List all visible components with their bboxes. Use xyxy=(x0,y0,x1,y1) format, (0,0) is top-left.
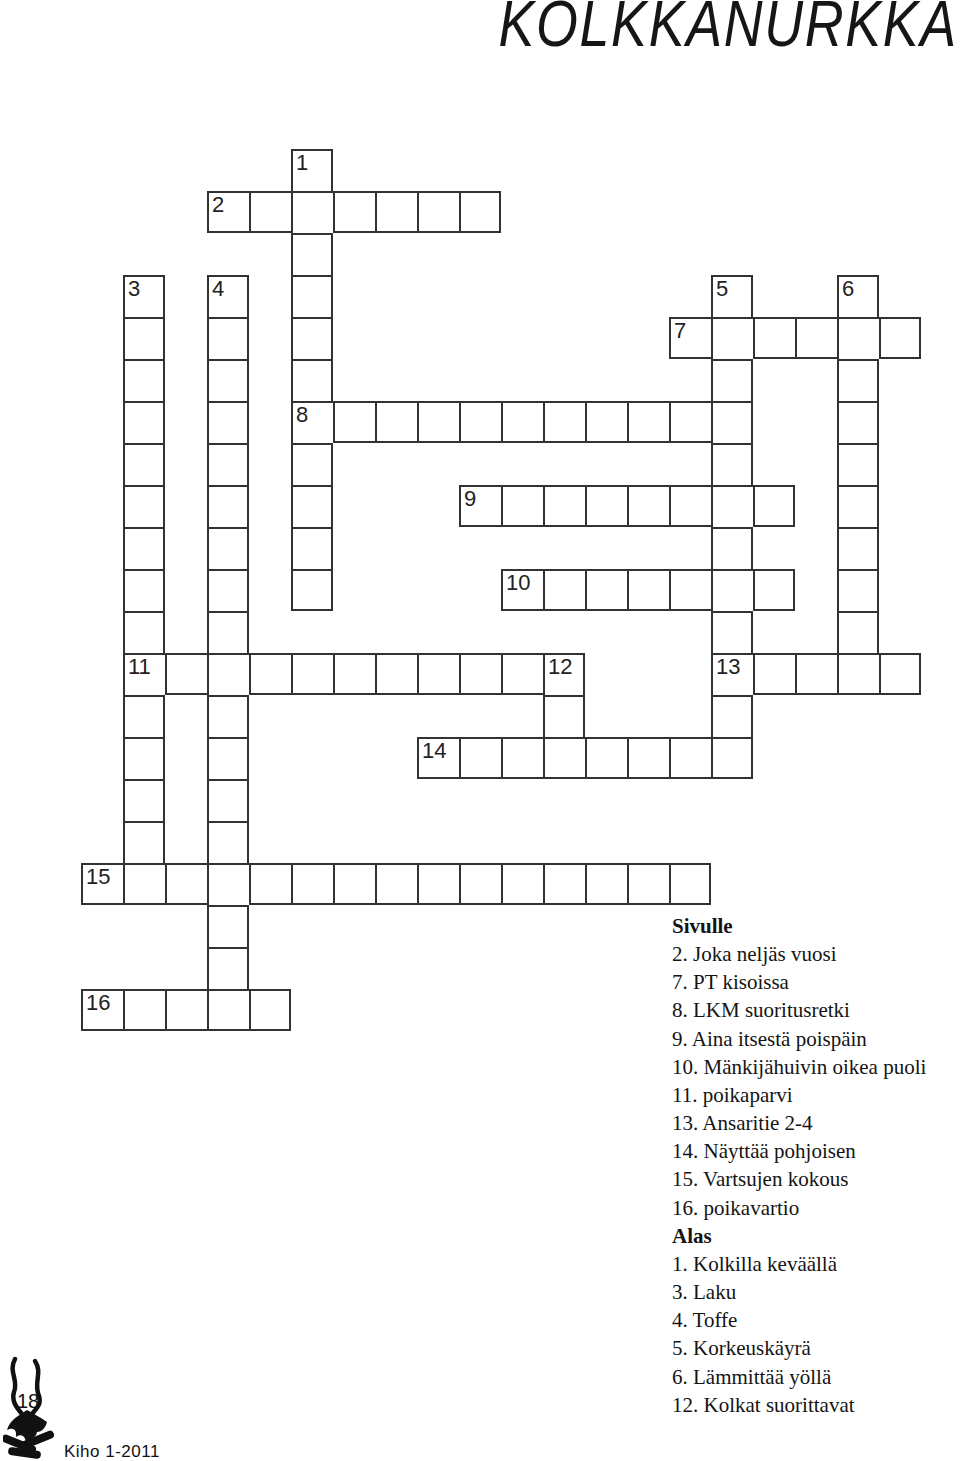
grid-cell[interactable] xyxy=(123,821,165,863)
clue-number: 13 xyxy=(716,656,740,678)
empty-cell xyxy=(333,485,375,527)
grid-cell[interactable] xyxy=(543,485,585,527)
empty-cell xyxy=(585,779,627,821)
empty-cell xyxy=(333,947,375,989)
empty-cell xyxy=(879,359,921,401)
empty-cell xyxy=(417,149,459,191)
empty-cell xyxy=(459,149,501,191)
grid-cell[interactable] xyxy=(627,401,669,443)
empty-cell xyxy=(627,779,669,821)
empty-cell xyxy=(585,527,627,569)
empty-cell xyxy=(249,233,291,275)
empty-cell xyxy=(879,233,921,275)
empty-cell xyxy=(585,191,627,233)
grid-cell[interactable] xyxy=(627,569,669,611)
empty-cell xyxy=(627,191,669,233)
grid-cell[interactable] xyxy=(207,443,249,485)
grid-cell[interactable] xyxy=(585,569,627,611)
clue-number: 9 xyxy=(464,488,476,510)
empty-cell xyxy=(333,905,375,947)
empty-cell xyxy=(249,275,291,317)
empty-cell xyxy=(123,905,165,947)
empty-cell xyxy=(417,275,459,317)
empty-cell xyxy=(291,737,333,779)
grid-cell[interactable] xyxy=(207,737,249,779)
grid-cell[interactable] xyxy=(291,485,333,527)
empty-cell xyxy=(165,527,207,569)
grid-cell[interactable] xyxy=(333,653,375,695)
empty-cell xyxy=(795,149,837,191)
grid-cell[interactable] xyxy=(459,653,501,695)
grid-cell[interactable] xyxy=(585,485,627,527)
grid-cell[interactable]: 10 xyxy=(501,569,543,611)
grid-cell[interactable] xyxy=(207,695,249,737)
empty-cell xyxy=(459,527,501,569)
empty-cell xyxy=(459,947,501,989)
empty-cell xyxy=(165,905,207,947)
grid-cell[interactable] xyxy=(375,863,417,905)
grid-cell[interactable]: 13 xyxy=(711,653,753,695)
empty-cell xyxy=(795,737,837,779)
grid-cell[interactable] xyxy=(333,191,375,233)
empty-cell xyxy=(585,443,627,485)
grid-cell[interactable] xyxy=(207,779,249,821)
grid-cell[interactable] xyxy=(123,359,165,401)
empty-cell xyxy=(81,821,123,863)
empty-cell xyxy=(879,485,921,527)
empty-cell xyxy=(837,233,879,275)
grid-cell[interactable] xyxy=(837,443,879,485)
clue-number: 7 xyxy=(674,320,686,342)
grid-cell[interactable]: 6 xyxy=(837,275,879,317)
grid-cell[interactable] xyxy=(459,191,501,233)
empty-cell xyxy=(249,947,291,989)
empty-cell xyxy=(795,191,837,233)
empty-cell xyxy=(627,905,669,947)
empty-cell xyxy=(165,695,207,737)
grid-cell[interactable] xyxy=(417,863,459,905)
clue-across-8: 8. LKM suoritusretki xyxy=(672,996,926,1024)
empty-cell xyxy=(333,779,375,821)
grid-cell[interactable] xyxy=(291,569,333,611)
empty-cell xyxy=(501,905,543,947)
clue-number: 10 xyxy=(506,572,530,594)
grid-cell[interactable] xyxy=(417,401,459,443)
empty-cell xyxy=(249,569,291,611)
clue-number: 15 xyxy=(86,866,110,888)
clue-number: 1 xyxy=(296,152,308,174)
grid-cell[interactable] xyxy=(207,611,249,653)
grid-cell[interactable] xyxy=(291,233,333,275)
empty-cell xyxy=(81,317,123,359)
empty-cell xyxy=(627,149,669,191)
grid-cell[interactable] xyxy=(375,653,417,695)
grid-cell[interactable] xyxy=(249,863,291,905)
grid-cell[interactable]: 1 xyxy=(291,149,333,191)
empty-cell xyxy=(669,275,711,317)
empty-cell xyxy=(81,401,123,443)
empty-cell xyxy=(81,611,123,653)
empty-cell xyxy=(711,191,753,233)
empty-cell xyxy=(501,233,543,275)
down-header: Alas xyxy=(672,1222,926,1250)
empty-cell xyxy=(501,989,543,1031)
grid-cell[interactable] xyxy=(627,737,669,779)
page-title: KOLKKANURKKA xyxy=(499,0,958,56)
grid-cell[interactable] xyxy=(123,989,165,1031)
empty-cell xyxy=(375,149,417,191)
empty-cell xyxy=(669,233,711,275)
empty-cell xyxy=(627,653,669,695)
empty-cell xyxy=(207,233,249,275)
empty-cell xyxy=(879,275,921,317)
grid-cell[interactable] xyxy=(291,359,333,401)
grid-cell[interactable]: 9 xyxy=(459,485,501,527)
grid-cell[interactable]: 4 xyxy=(207,275,249,317)
grid-cell[interactable] xyxy=(291,527,333,569)
empty-cell xyxy=(669,779,711,821)
empty-cell xyxy=(417,485,459,527)
empty-cell xyxy=(459,569,501,611)
grid-cell[interactable] xyxy=(669,863,711,905)
grid-cell[interactable] xyxy=(417,653,459,695)
empty-cell xyxy=(501,947,543,989)
grid-cell[interactable] xyxy=(501,653,543,695)
grid-cell[interactable] xyxy=(501,401,543,443)
grid-cell[interactable] xyxy=(669,737,711,779)
grid-cell[interactable] xyxy=(249,653,291,695)
grid-cell[interactable] xyxy=(669,401,711,443)
empty-cell xyxy=(165,401,207,443)
grid-cell[interactable]: 7 xyxy=(669,317,711,359)
grid-cell[interactable] xyxy=(123,695,165,737)
grid-cell[interactable] xyxy=(879,653,921,695)
grid-cell[interactable]: 2 xyxy=(207,191,249,233)
grid-cell[interactable] xyxy=(207,821,249,863)
empty-cell xyxy=(627,233,669,275)
empty-cell xyxy=(165,737,207,779)
grid-cell[interactable] xyxy=(711,527,753,569)
empty-cell xyxy=(375,695,417,737)
empty-cell xyxy=(627,527,669,569)
grid-cell[interactable] xyxy=(165,863,207,905)
down-clues: 1. Kolkilla keväällä3. Laku4. Toffe5. Ko… xyxy=(672,1250,926,1419)
empty-cell xyxy=(627,443,669,485)
grid-cell[interactable] xyxy=(207,527,249,569)
empty-cell xyxy=(291,905,333,947)
grid-cell[interactable] xyxy=(669,569,711,611)
grid-cell[interactable] xyxy=(711,569,753,611)
empty-cell xyxy=(81,233,123,275)
grid-cell[interactable] xyxy=(249,191,291,233)
grid-cell[interactable] xyxy=(459,863,501,905)
grid-cell[interactable] xyxy=(291,443,333,485)
empty-cell xyxy=(375,611,417,653)
empty-cell xyxy=(81,359,123,401)
empty-cell xyxy=(417,947,459,989)
empty-cell xyxy=(249,821,291,863)
empty-cell xyxy=(375,737,417,779)
empty-cell xyxy=(165,611,207,653)
grid-cell[interactable] xyxy=(795,653,837,695)
page-number: 18 xyxy=(17,1389,39,1413)
empty-cell xyxy=(417,821,459,863)
grid-cell[interactable] xyxy=(123,443,165,485)
empty-cell xyxy=(417,695,459,737)
empty-cell xyxy=(501,527,543,569)
empty-cell xyxy=(249,443,291,485)
grid-cell[interactable] xyxy=(627,485,669,527)
grid-cell[interactable] xyxy=(543,695,585,737)
empty-cell xyxy=(249,149,291,191)
grid-cell[interactable] xyxy=(711,611,753,653)
empty-cell xyxy=(837,149,879,191)
empty-cell xyxy=(333,275,375,317)
grid-cell[interactable] xyxy=(585,401,627,443)
grid-cell[interactable] xyxy=(753,569,795,611)
grid-cell[interactable] xyxy=(837,485,879,527)
grid-cell[interactable] xyxy=(207,947,249,989)
grid-cell[interactable] xyxy=(501,863,543,905)
empty-cell xyxy=(879,779,921,821)
empty-cell xyxy=(879,695,921,737)
empty-cell xyxy=(417,443,459,485)
empty-cell xyxy=(417,317,459,359)
grid-cell[interactable] xyxy=(207,989,249,1031)
grid-cell[interactable] xyxy=(669,485,711,527)
grid-cell[interactable] xyxy=(879,317,921,359)
grid-cell[interactable] xyxy=(123,863,165,905)
grid-cell[interactable] xyxy=(291,275,333,317)
clue-number: 3 xyxy=(128,278,140,300)
empty-cell xyxy=(879,737,921,779)
grid-cell[interactable] xyxy=(837,359,879,401)
empty-cell xyxy=(837,695,879,737)
empty-cell xyxy=(585,317,627,359)
grid-cell[interactable] xyxy=(291,653,333,695)
grid-cell[interactable]: 3 xyxy=(123,275,165,317)
empty-cell xyxy=(333,737,375,779)
clue-across-15: 15. Vartsujen kokous xyxy=(672,1165,926,1193)
empty-cell xyxy=(249,527,291,569)
grid-cell[interactable] xyxy=(837,527,879,569)
grid-cell[interactable] xyxy=(711,317,753,359)
grid-cell[interactable] xyxy=(753,485,795,527)
grid-cell[interactable]: 11 xyxy=(123,653,165,695)
grid-cell[interactable]: 14 xyxy=(417,737,459,779)
grid-cell[interactable] xyxy=(165,653,207,695)
empty-cell xyxy=(711,779,753,821)
empty-cell xyxy=(711,149,753,191)
empty-cell xyxy=(711,233,753,275)
empty-cell xyxy=(291,989,333,1031)
grid-cell[interactable] xyxy=(249,989,291,1031)
grid-cell[interactable] xyxy=(123,401,165,443)
grid-cell[interactable] xyxy=(711,401,753,443)
empty-cell xyxy=(585,233,627,275)
grid-cell[interactable] xyxy=(207,317,249,359)
grid-cell[interactable] xyxy=(123,527,165,569)
grid-cell[interactable]: 16 xyxy=(81,989,123,1031)
clue-down-4: 4. Toffe xyxy=(672,1306,926,1334)
clue-down-5: 5. Korkeuskäyrä xyxy=(672,1334,926,1362)
grid-cell[interactable] xyxy=(795,317,837,359)
grid-cell[interactable] xyxy=(207,653,249,695)
empty-cell xyxy=(459,821,501,863)
empty-cell xyxy=(165,443,207,485)
empty-cell xyxy=(291,947,333,989)
empty-cell xyxy=(795,401,837,443)
empty-cell xyxy=(543,905,585,947)
grid-cell[interactable] xyxy=(375,191,417,233)
empty-cell xyxy=(333,233,375,275)
grid-cell[interactable] xyxy=(207,359,249,401)
grid-cell[interactable] xyxy=(837,611,879,653)
grid-cell[interactable] xyxy=(837,317,879,359)
empty-cell xyxy=(795,485,837,527)
grid-cell[interactable] xyxy=(333,401,375,443)
clue-across-10: 10. Mänkijähuivin oikea puoli xyxy=(672,1053,926,1081)
grid-cell[interactable] xyxy=(417,191,459,233)
clue-across-7: 7. PT kisoissa xyxy=(672,968,926,996)
empty-cell xyxy=(795,821,837,863)
empty-cell xyxy=(249,401,291,443)
empty-cell xyxy=(375,359,417,401)
empty-cell xyxy=(375,779,417,821)
empty-cell xyxy=(795,569,837,611)
empty-cell xyxy=(501,191,543,233)
grid-cell[interactable] xyxy=(711,695,753,737)
empty-cell xyxy=(879,611,921,653)
empty-cell xyxy=(249,485,291,527)
clue-across-2: 2. Joka neljäs vuosi xyxy=(672,940,926,968)
empty-cell xyxy=(417,905,459,947)
grid-cell[interactable] xyxy=(459,737,501,779)
grid-cell[interactable]: 5 xyxy=(711,275,753,317)
grid-cell[interactable] xyxy=(711,443,753,485)
grid-cell[interactable] xyxy=(291,863,333,905)
empty-cell xyxy=(627,611,669,653)
empty-cell xyxy=(459,317,501,359)
empty-cell xyxy=(795,275,837,317)
grid-cell[interactable] xyxy=(207,863,249,905)
empty-cell xyxy=(165,275,207,317)
empty-cell xyxy=(711,821,753,863)
empty-cell xyxy=(879,569,921,611)
empty-cell xyxy=(669,359,711,401)
empty-cell xyxy=(837,737,879,779)
empty-cell xyxy=(543,989,585,1031)
grid-cell[interactable] xyxy=(123,737,165,779)
grid-cell[interactable] xyxy=(711,359,753,401)
grid-cell[interactable] xyxy=(837,569,879,611)
empty-cell xyxy=(291,611,333,653)
grid-cell[interactable] xyxy=(543,401,585,443)
empty-cell xyxy=(543,527,585,569)
empty-cell xyxy=(795,443,837,485)
grid-cell[interactable] xyxy=(837,401,879,443)
empty-cell xyxy=(81,779,123,821)
empty-cell xyxy=(543,149,585,191)
grid-cell[interactable] xyxy=(123,485,165,527)
empty-cell xyxy=(165,191,207,233)
empty-cell xyxy=(333,359,375,401)
grid-cell[interactable] xyxy=(543,863,585,905)
empty-cell xyxy=(291,779,333,821)
grid-cell[interactable] xyxy=(123,611,165,653)
grid-cell[interactable] xyxy=(501,485,543,527)
grid-cell[interactable] xyxy=(291,317,333,359)
grid-cell[interactable]: 12 xyxy=(543,653,585,695)
grid-cell[interactable] xyxy=(123,317,165,359)
across-header: Sivulle xyxy=(672,912,926,940)
empty-cell xyxy=(417,569,459,611)
empty-cell xyxy=(627,947,669,989)
grid-cell[interactable] xyxy=(375,401,417,443)
clue-across-11: 11. poikaparvi xyxy=(672,1081,926,1109)
grid-cell[interactable] xyxy=(207,485,249,527)
empty-cell xyxy=(459,233,501,275)
empty-cell xyxy=(333,611,375,653)
grid-cell[interactable] xyxy=(753,653,795,695)
grid-cell[interactable] xyxy=(585,737,627,779)
grid-cell[interactable] xyxy=(459,401,501,443)
empty-cell xyxy=(543,275,585,317)
grid-cell[interactable] xyxy=(627,863,669,905)
empty-cell xyxy=(753,191,795,233)
empty-cell xyxy=(375,821,417,863)
empty-cell xyxy=(753,443,795,485)
grid-cell[interactable] xyxy=(501,737,543,779)
grid-cell[interactable] xyxy=(291,191,333,233)
grid-cell[interactable]: 8 xyxy=(291,401,333,443)
empty-cell xyxy=(291,695,333,737)
grid-cell[interactable] xyxy=(333,863,375,905)
grid-cell[interactable] xyxy=(543,737,585,779)
grid-cell[interactable] xyxy=(711,737,753,779)
grid-cell[interactable] xyxy=(207,905,249,947)
empty-cell xyxy=(753,149,795,191)
empty-cell xyxy=(837,191,879,233)
empty-cell xyxy=(81,443,123,485)
grid-cell[interactable] xyxy=(123,569,165,611)
empty-cell xyxy=(501,359,543,401)
grid-cell[interactable] xyxy=(837,653,879,695)
clue-across-9: 9. Aina itsestä poispäin xyxy=(672,1025,926,1053)
empty-cell xyxy=(417,359,459,401)
grid-cell[interactable] xyxy=(165,989,207,1031)
grid-cell[interactable] xyxy=(207,569,249,611)
grid-cell[interactable] xyxy=(123,779,165,821)
grid-cell[interactable] xyxy=(207,401,249,443)
grid-cell[interactable] xyxy=(753,317,795,359)
grid-cell[interactable] xyxy=(543,569,585,611)
empty-cell xyxy=(879,821,921,863)
empty-cell xyxy=(795,779,837,821)
empty-cell xyxy=(81,527,123,569)
grid-cell[interactable]: 15 xyxy=(81,863,123,905)
empty-cell xyxy=(333,443,375,485)
empty-cell xyxy=(81,653,123,695)
empty-cell xyxy=(669,695,711,737)
empty-cell xyxy=(795,527,837,569)
empty-cell xyxy=(417,989,459,1031)
footer-issue-label: Kiho 1-2011 xyxy=(64,1442,160,1461)
empty-cell xyxy=(585,947,627,989)
grid-cell[interactable] xyxy=(585,863,627,905)
crossword-grid: 12345678910111213141516 xyxy=(81,149,921,1031)
grid-cell[interactable] xyxy=(711,485,753,527)
